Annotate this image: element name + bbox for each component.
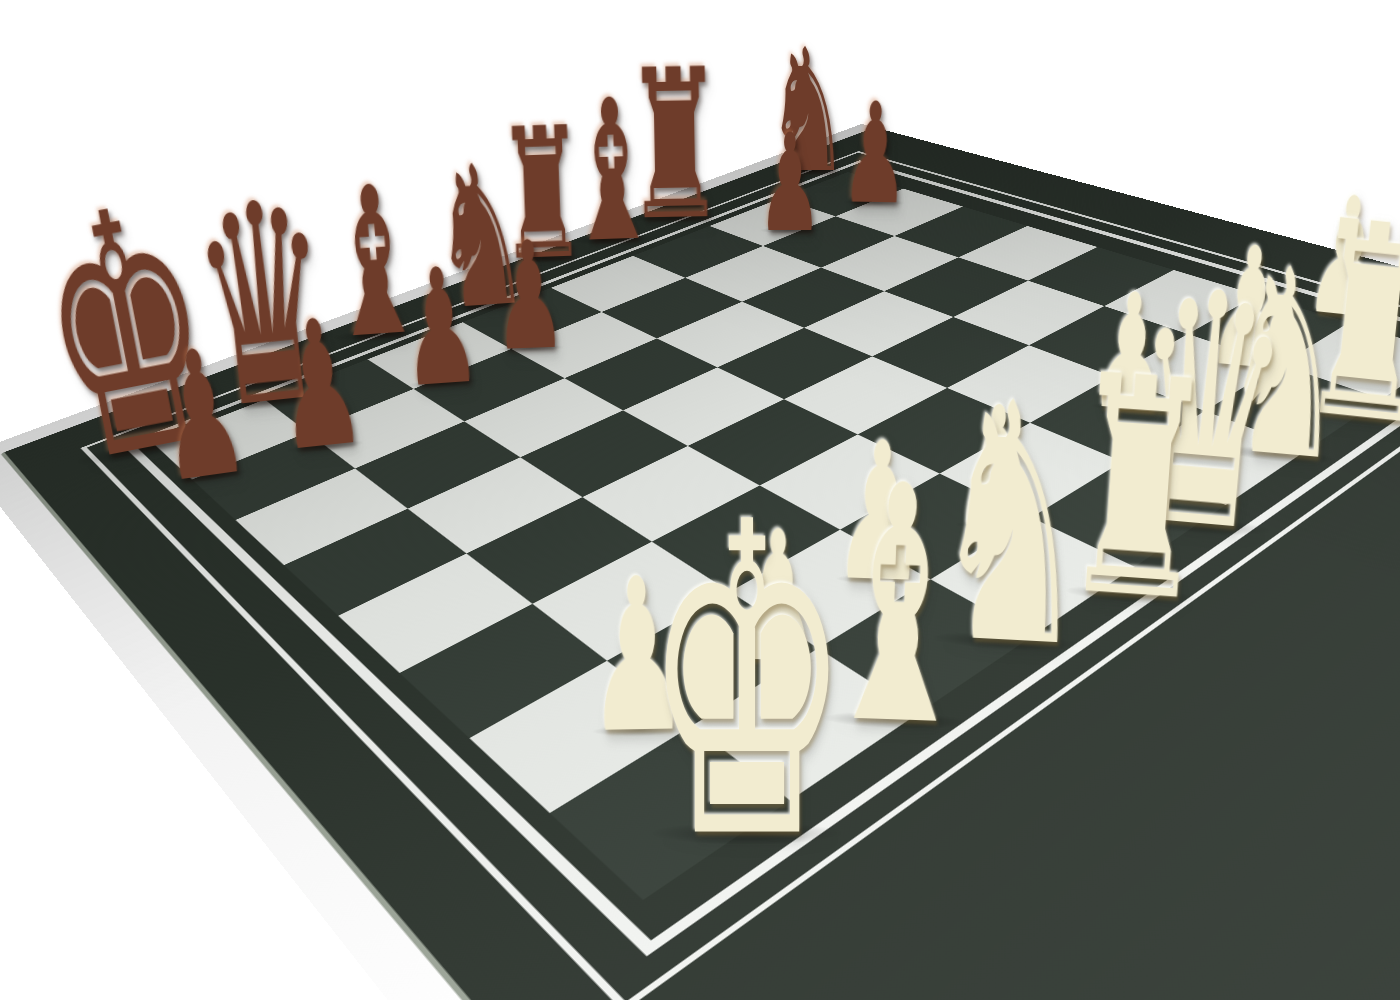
black-pawn-g7[interactable]: ♟ — [756, 135, 823, 232]
black-pawn-c7[interactable]: ♟ — [396, 267, 483, 387]
black-pawn-d7[interactable]: ♟ — [490, 242, 568, 352]
black-pawn-b7[interactable]: ♟ — [270, 318, 370, 452]
black-pawn-h7[interactable]: ♟ — [839, 103, 910, 204]
chess-set-photo: ♞♟♜♟♝♜♞♟♝♟♟♟♛♟♜♟♚♞♟♟♛♟♜♞♟♝♟♚ — [0, 0, 1400, 1000]
pieces-layer: ♞♟♜♟♝♜♞♟♝♟♟♟♛♟♜♟♚♞♟♟♛♟♜♞♟♝♟♚ — [0, 0, 1400, 1000]
white-king-a1[interactable]: ♚ — [640, 528, 854, 838]
black-pawn-a7[interactable]: ♟ — [149, 347, 253, 484]
